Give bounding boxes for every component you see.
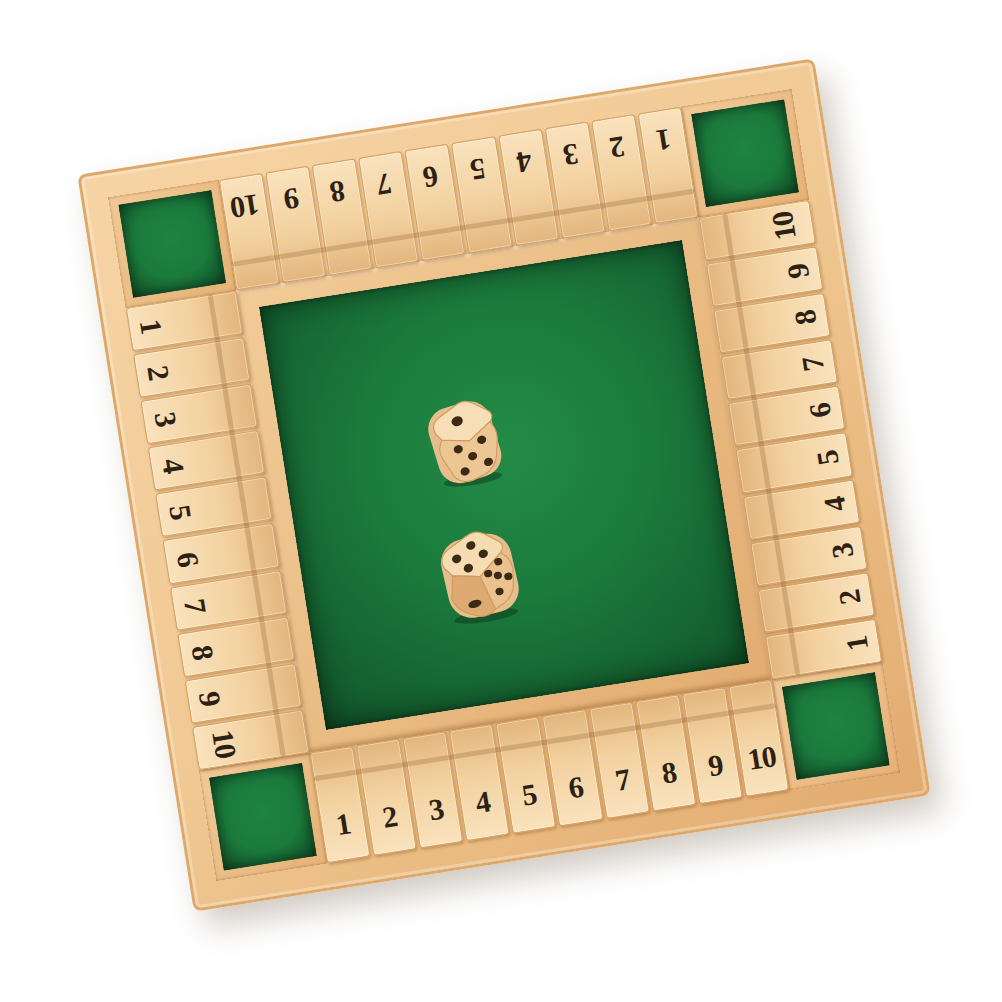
tile-number: 4 [473,786,492,818]
product-photo-stage: 10 9 8 7 6 5 4 3 2 1 10 9 8 7 6 5 4 3 2 … [0,0,1002,1002]
tile-number: 4 [157,457,189,476]
corner-felt-top-right [691,99,799,207]
tile-number: 10 [229,189,261,223]
tile-number: 5 [812,448,844,467]
tile-number: 8 [790,309,822,328]
die-2-graphic [429,520,531,631]
tile-number: 4 [515,146,534,178]
die-2[interactable] [429,520,531,631]
corner-tray-top-right [681,89,809,217]
tile-number: 9 [706,749,725,781]
tile-number: 10 [746,741,778,775]
tile-number: 2 [142,364,174,383]
tile-number: 1 [334,808,353,840]
corner-felt-bottom-left [209,763,317,871]
tile-number: 1 [655,124,674,156]
tile-number: 5 [520,779,539,811]
tile-number: 6 [566,772,585,804]
tile-number: 9 [194,689,226,708]
tile-number: 9 [782,262,814,281]
felt-center [259,240,749,730]
tile-number: 2 [380,801,399,833]
tile-number: 7 [613,764,632,796]
tile-number: 4 [819,495,851,514]
tile-number: 6 [422,161,441,193]
tile-number: 1 [135,317,167,336]
tile-number: 9 [282,183,301,215]
tile-number: 5 [469,153,488,185]
tile-number: 5 [164,503,196,522]
tile-number: 2 [608,131,627,163]
tile-number: 3 [827,541,859,560]
corner-felt-bottom-right [782,672,890,780]
tile-number: 3 [427,794,446,826]
tile-number: 8 [186,643,218,662]
corner-felt-top-left [118,190,226,298]
corner-tray-top-left [108,180,236,308]
center-well-frame [236,217,771,752]
tile-number: 2 [834,588,866,607]
tile-number: 8 [659,757,678,789]
tile-number: 8 [329,175,348,207]
tile-number: 3 [562,139,581,171]
tile-number: 10 [207,728,241,760]
corner-tray-bottom-left [199,753,327,881]
shut-the-box-board: 10 9 8 7 6 5 4 3 2 1 10 9 8 7 6 5 4 3 2 … [77,58,931,912]
corner-tray-bottom-right [772,662,900,790]
die-1[interactable] [416,391,511,493]
tile-number: 1 [841,634,873,653]
tile-number: 7 [797,355,829,374]
tile-number: 7 [376,168,395,200]
tile-number: 7 [179,596,211,615]
die-1-graphic [416,391,511,493]
tile-number: 3 [150,410,182,429]
tile-number: 10 [767,210,801,242]
tile-number: 6 [804,402,836,421]
tile-number: 6 [172,550,204,569]
